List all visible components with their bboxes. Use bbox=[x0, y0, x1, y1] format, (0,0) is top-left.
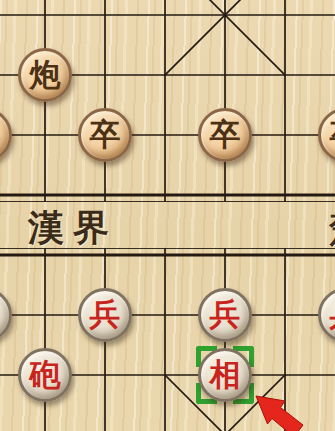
piece-red-cannon-b8[interactable]: 砲 bbox=[18, 348, 72, 402]
piece-character: 相 bbox=[210, 359, 241, 390]
piece-character: 砲 bbox=[30, 359, 61, 390]
piece-character: 卒 bbox=[330, 119, 335, 150]
piece-character: 兵 bbox=[210, 299, 241, 330]
piece-red-soldier-c7[interactable]: 兵 bbox=[78, 288, 132, 342]
piece-character: 卒 bbox=[0, 119, 1, 150]
xiangqi-board: 漢界 楚河 炮卒卒卒卒兵兵兵兵砲相 bbox=[0, 0, 335, 431]
piece-red-soldier-e7[interactable]: 兵 bbox=[198, 288, 252, 342]
piece-black-cannon-b3[interactable]: 炮 bbox=[18, 48, 72, 102]
piece-red-elephant-e8[interactable]: 相 bbox=[198, 348, 252, 402]
piece-character: 兵 bbox=[0, 299, 1, 330]
piece-character: 卒 bbox=[210, 119, 241, 150]
piece-character: 炮 bbox=[30, 59, 61, 90]
piece-character: 兵 bbox=[90, 299, 121, 330]
piece-character: 卒 bbox=[90, 119, 121, 150]
river-label-right: 楚河 bbox=[329, 207, 335, 247]
piece-black-soldier-e4[interactable]: 卒 bbox=[198, 108, 252, 162]
piece-black-soldier-c4[interactable]: 卒 bbox=[78, 108, 132, 162]
river-label-left: 漢界 bbox=[28, 207, 118, 247]
piece-character: 兵 bbox=[330, 299, 335, 330]
